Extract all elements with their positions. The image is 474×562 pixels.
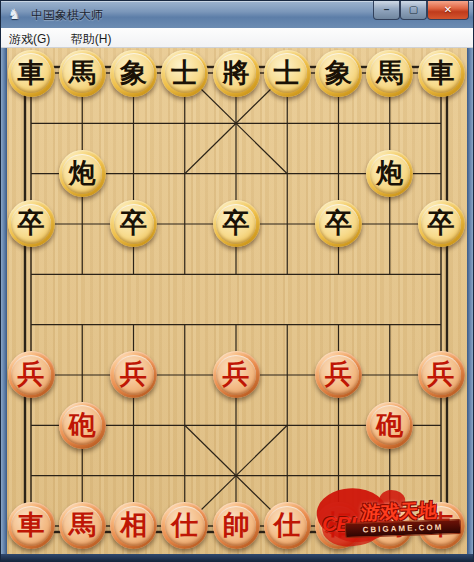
piece-red-general[interactable]: 帥	[213, 502, 260, 549]
piece-face: 炮	[62, 154, 102, 194]
piece-face: 相	[319, 506, 359, 546]
app-window: ♞ 中国象棋大师 – ▢ ✕ 游戏(G) 帮助(H)	[0, 0, 474, 562]
piece-glyph: 馬	[69, 511, 96, 538]
piece-black-horse[interactable]: 馬	[366, 50, 413, 97]
piece-glyph: 炮	[376, 159, 403, 186]
piece-black-soldier[interactable]: 卒	[8, 200, 55, 247]
piece-glyph: 士	[274, 59, 301, 86]
menu-item-game[interactable]: 游戏(G)	[1, 29, 58, 50]
piece-red-chariot[interactable]: 車	[8, 502, 55, 549]
close-button[interactable]: ✕	[427, 1, 469, 20]
piece-face: 卒	[421, 204, 461, 244]
piece-black-general[interactable]: 將	[213, 50, 260, 97]
piece-face: 馬	[62, 506, 102, 546]
piece-face: 車	[421, 506, 461, 546]
piece-glyph: 馬	[376, 511, 403, 538]
menu-item-help[interactable]: 帮助(H)	[63, 29, 120, 50]
piece-face: 相	[114, 506, 154, 546]
piece-face: 卒	[216, 204, 256, 244]
piece-glyph: 仕	[171, 511, 198, 538]
piece-glyph: 兵	[428, 360, 455, 387]
piece-glyph: 炮	[69, 159, 96, 186]
piece-glyph: 仕	[274, 511, 301, 538]
piece-glyph: 卒	[428, 209, 455, 236]
piece-face: 兵	[11, 355, 51, 395]
xiangqi-board[interactable]: 車馬象士將士象馬車炮炮卒卒卒卒卒兵兵兵兵兵砲砲車馬相仕帥仕相馬車	[7, 48, 469, 556]
piece-black-soldier[interactable]: 卒	[213, 200, 260, 247]
piece-glyph: 卒	[223, 209, 250, 236]
piece-glyph: 車	[428, 511, 455, 538]
piece-black-cannon[interactable]: 炮	[59, 150, 106, 197]
piece-face: 兵	[319, 355, 359, 395]
piece-face: 帥	[216, 506, 256, 546]
piece-glyph: 卒	[18, 209, 45, 236]
piece-red-advisor[interactable]: 仕	[264, 502, 311, 549]
piece-black-advisor[interactable]: 士	[161, 50, 208, 97]
piece-face: 卒	[11, 204, 51, 244]
piece-glyph: 象	[325, 59, 352, 86]
piece-glyph: 將	[223, 59, 250, 86]
piece-face: 象	[114, 53, 154, 93]
piece-glyph: 相	[120, 511, 147, 538]
menu-bar: 游戏(G) 帮助(H)	[1, 28, 473, 48]
piece-glyph: 帥	[223, 511, 250, 538]
piece-face: 士	[267, 53, 307, 93]
piece-black-soldier[interactable]: 卒	[418, 200, 465, 247]
piece-face: 卒	[114, 204, 154, 244]
piece-glyph: 象	[120, 59, 147, 86]
piece-red-chariot[interactable]: 車	[418, 502, 465, 549]
piece-face: 砲	[370, 405, 410, 445]
piece-black-elephant[interactable]: 象	[315, 50, 362, 97]
piece-glyph: 馬	[376, 59, 403, 86]
board-grid	[7, 48, 469, 556]
piece-face: 象	[319, 53, 359, 93]
piece-red-soldier[interactable]: 兵	[213, 351, 260, 398]
piece-glyph: 砲	[376, 411, 403, 438]
window-frame-right	[467, 48, 473, 562]
title-bar[interactable]: ♞ 中国象棋大师 – ▢ ✕	[1, 1, 473, 28]
piece-face: 兵	[421, 355, 461, 395]
piece-glyph: 車	[18, 59, 45, 86]
piece-black-advisor[interactable]: 士	[264, 50, 311, 97]
piece-glyph: 相	[325, 511, 352, 538]
piece-face: 卒	[319, 204, 359, 244]
piece-black-chariot[interactable]: 車	[8, 50, 55, 97]
window-frame-bottom	[1, 554, 473, 561]
window-title: 中国象棋大师	[31, 7, 103, 24]
piece-red-soldier[interactable]: 兵	[8, 351, 55, 398]
piece-glyph: 兵	[325, 360, 352, 387]
piece-glyph: 兵	[18, 360, 45, 387]
piece-black-horse[interactable]: 馬	[59, 50, 106, 97]
piece-face: 仕	[267, 506, 307, 546]
piece-glyph: 車	[18, 511, 45, 538]
piece-glyph: 士	[171, 59, 198, 86]
piece-red-cannon[interactable]: 砲	[366, 402, 413, 449]
piece-face: 馬	[370, 53, 410, 93]
piece-glyph: 馬	[69, 59, 96, 86]
piece-face: 炮	[370, 154, 410, 194]
piece-glyph: 車	[428, 59, 455, 86]
piece-face: 車	[421, 53, 461, 93]
piece-red-horse[interactable]: 馬	[59, 502, 106, 549]
piece-face: 兵	[216, 355, 256, 395]
piece-glyph: 兵	[223, 360, 250, 387]
minimize-button[interactable]: –	[373, 1, 400, 20]
piece-black-elephant[interactable]: 象	[110, 50, 157, 97]
piece-glyph: 砲	[69, 411, 96, 438]
app-icon: ♞	[8, 6, 24, 22]
piece-face: 將	[216, 53, 256, 93]
piece-glyph: 卒	[120, 209, 147, 236]
maximize-button[interactable]: ▢	[400, 1, 427, 20]
piece-face: 車	[11, 506, 51, 546]
piece-red-soldier[interactable]: 兵	[418, 351, 465, 398]
piece-glyph: 兵	[120, 360, 147, 387]
piece-face: 砲	[62, 405, 102, 445]
piece-face: 仕	[165, 506, 205, 546]
piece-black-chariot[interactable]: 車	[418, 50, 465, 97]
piece-face: 馬	[62, 53, 102, 93]
window-frame-left	[1, 48, 7, 562]
piece-red-cannon[interactable]: 砲	[59, 402, 106, 449]
piece-face: 車	[11, 53, 51, 93]
piece-face: 兵	[114, 355, 154, 395]
piece-face: 士	[165, 53, 205, 93]
piece-glyph: 卒	[325, 209, 352, 236]
piece-face: 馬	[370, 506, 410, 546]
